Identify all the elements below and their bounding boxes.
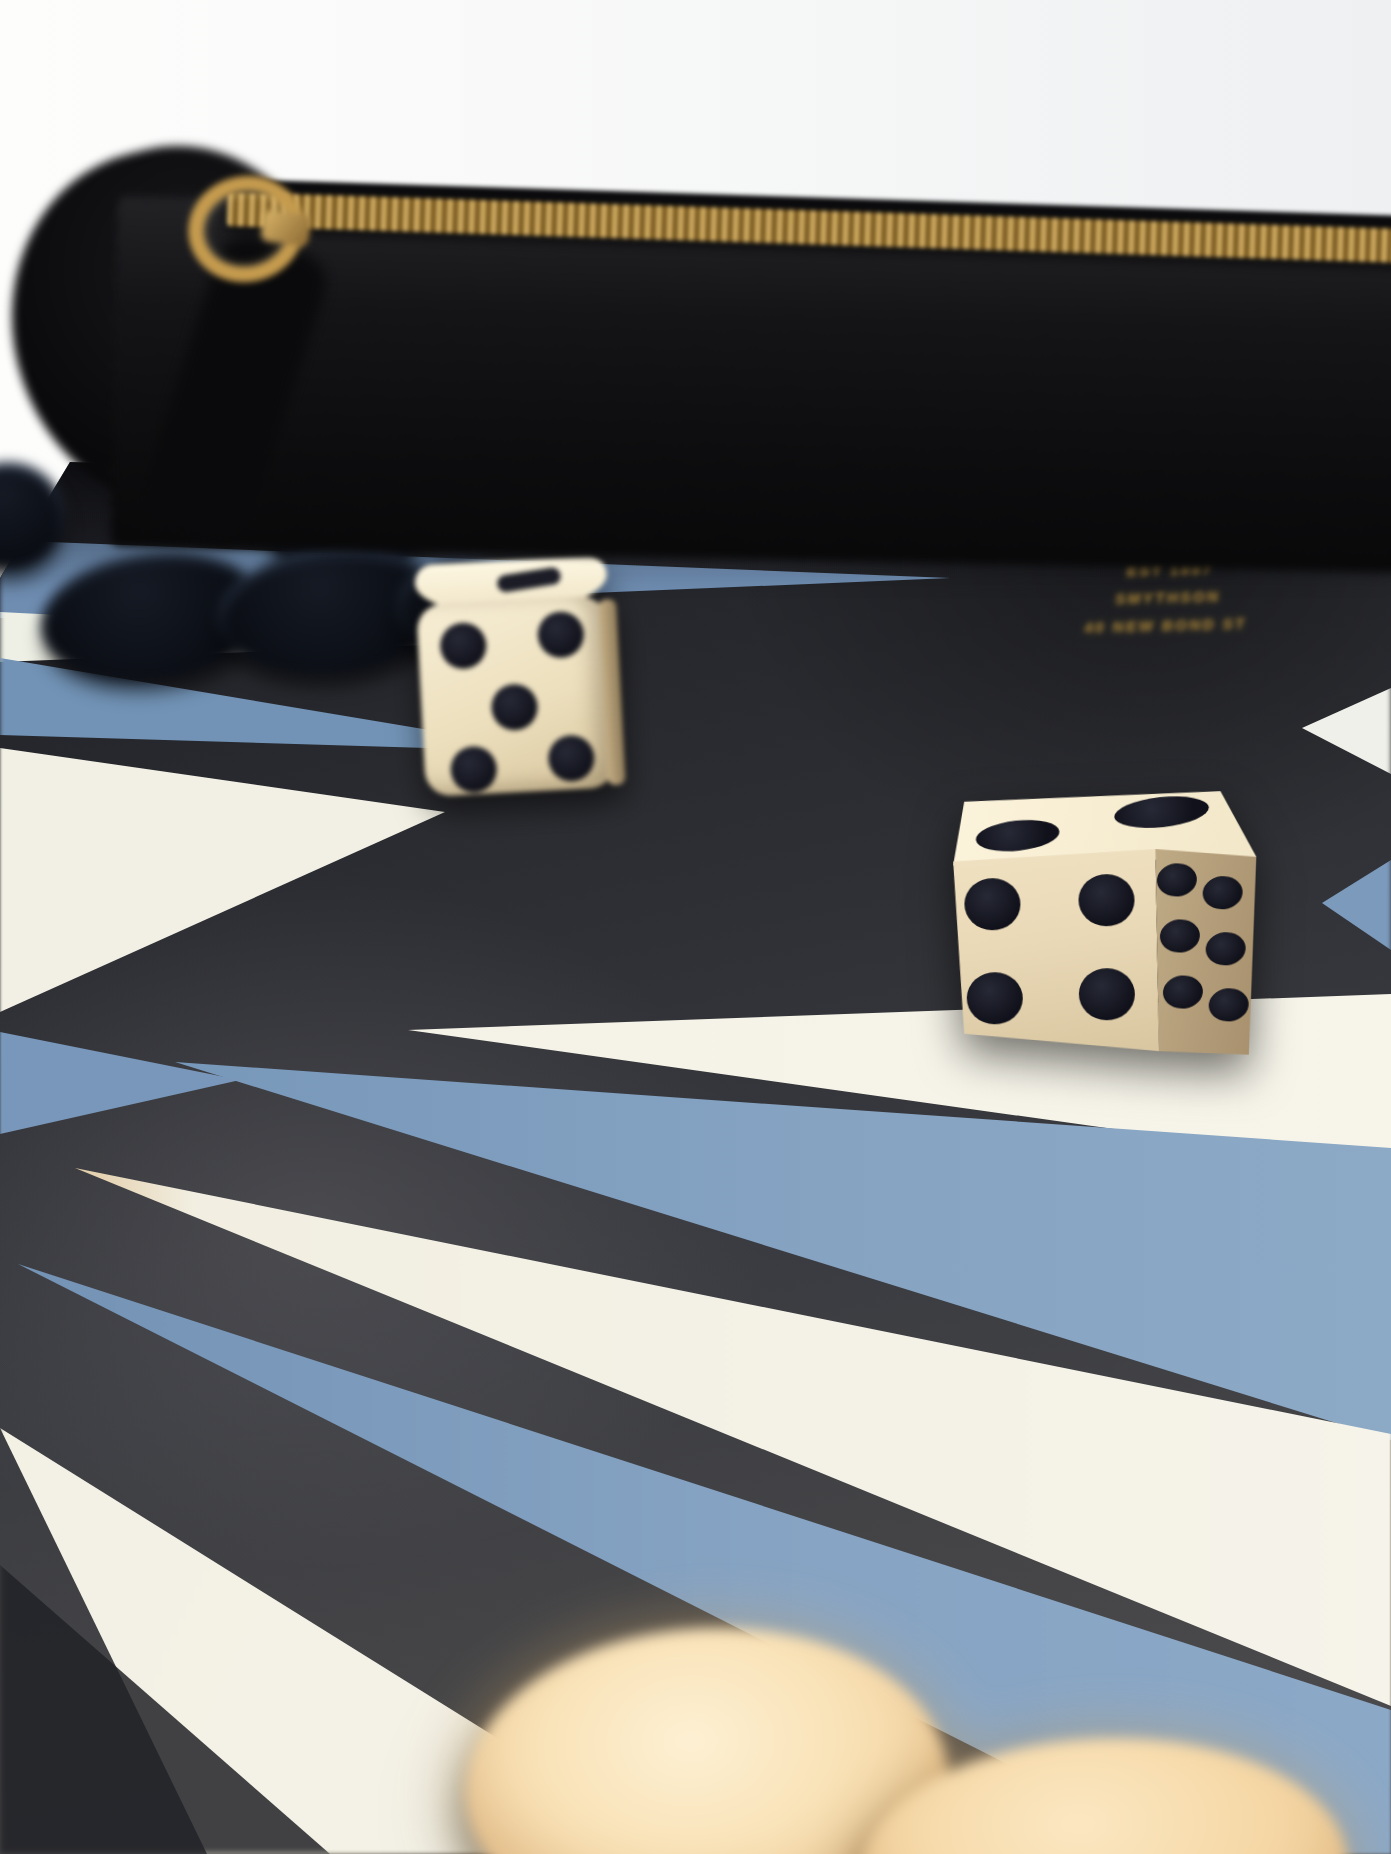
product-photo-backgammon-travel-set: EST 1887 SMYTHSON 40 NEW BOND ST: [0, 0, 1391, 1854]
zipper-slider: [260, 209, 312, 247]
cream-checker: [458, 1616, 956, 1854]
